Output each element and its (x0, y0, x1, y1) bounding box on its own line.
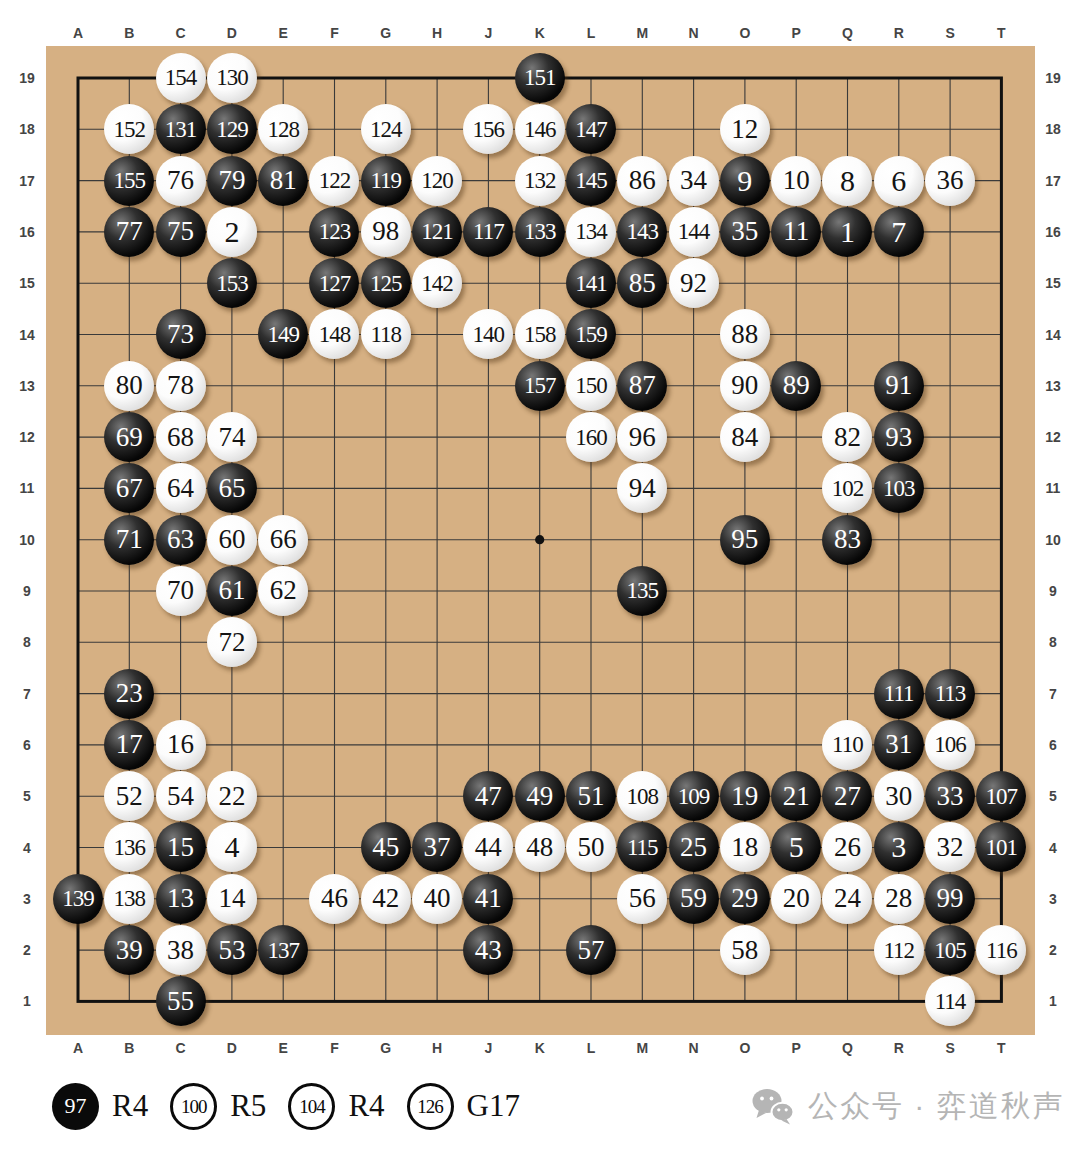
stone-black-139: 139 (53, 874, 103, 924)
intersection-O13: 90 (719, 360, 770, 411)
coord-label-bottom-E: E (279, 1040, 288, 1056)
stone-white-90: 90 (720, 361, 770, 411)
move-number: 23 (116, 680, 143, 707)
coord-label-top-Q: Q (842, 25, 853, 41)
stone-black-99: 99 (925, 874, 975, 924)
move-number: 54 (167, 783, 194, 810)
intersection-Q6: 110 (822, 719, 873, 770)
move-number: 78 (167, 372, 194, 399)
coord-label-top-L: L (587, 25, 596, 41)
intersection-D4: 4 (206, 822, 257, 873)
stone-black-121: 121 (412, 207, 462, 257)
move-number: 129 (216, 118, 248, 141)
coord-label-right-12: 12 (1045, 429, 1061, 445)
stone-black-89: 89 (771, 361, 821, 411)
stone-black-7: 7 (874, 207, 924, 257)
coord-label-top-O: O (739, 25, 750, 41)
intersection-D10: 60 (206, 514, 257, 565)
intersection-D9: 61 (206, 565, 257, 616)
stone-white-70: 70 (156, 566, 206, 616)
intersection-C4: 15 (155, 822, 206, 873)
stone-white-136: 136 (104, 822, 154, 872)
coord-label-right-4: 4 (1049, 840, 1057, 856)
move-number: 125 (370, 272, 402, 295)
move-number: 39 (116, 937, 143, 964)
coord-label-bottom-G: G (380, 1040, 391, 1056)
intersection-C12: 68 (155, 411, 206, 462)
intersection-B2: 39 (104, 924, 155, 975)
intersection-G17: 119 (360, 155, 411, 206)
move-number: 35 (731, 218, 758, 245)
move-number: 105 (934, 939, 966, 962)
stone-white-26: 26 (822, 822, 872, 872)
coord-label-left-4: 4 (23, 840, 31, 856)
intersection-J4: 44 (463, 822, 514, 873)
intersection-S2: 105 (924, 924, 975, 975)
coord-label-left-14: 14 (19, 327, 35, 343)
stone-black-147: 147 (566, 104, 616, 154)
intersection-O2: 58 (719, 924, 770, 975)
coord-label-bottom-A: A (73, 1040, 83, 1056)
coord-label-top-C: C (176, 25, 186, 41)
move-number: 89 (783, 372, 810, 399)
intersection-D3: 14 (206, 873, 257, 924)
intersection-T5: 107 (976, 771, 1027, 822)
intersection-K14: 158 (514, 309, 565, 360)
intersection-F14: 148 (309, 309, 360, 360)
move-number: 122 (319, 169, 351, 192)
stone-white-108: 108 (617, 771, 667, 821)
move-number: 60 (218, 526, 245, 553)
intersection-M13: 87 (617, 360, 668, 411)
coord-label-top-E: E (279, 25, 288, 41)
move-number: 73 (167, 321, 194, 348)
move-number: 68 (167, 424, 194, 451)
move-number: 118 (370, 323, 401, 346)
intersection-C19: 154 (155, 52, 206, 103)
intersection-C1: 55 (155, 976, 206, 1027)
intersection-P16: 11 (771, 206, 822, 257)
intersection-Q4: 26 (822, 822, 873, 873)
move-number: 115 (627, 836, 658, 859)
intersection-L13: 150 (565, 360, 616, 411)
move-number: 36 (937, 167, 964, 194)
move-number: 33 (937, 783, 964, 810)
coord-label-left-17: 17 (19, 173, 35, 189)
stone-white-44: 44 (463, 822, 513, 872)
stone-black-49: 49 (515, 771, 565, 821)
move-number: 138 (114, 887, 146, 910)
intersection-C17: 76 (155, 155, 206, 206)
intersection-S7: 113 (924, 668, 975, 719)
intersection-R6: 31 (873, 719, 924, 770)
intersection-L18: 147 (565, 104, 616, 155)
intersection-C18: 131 (155, 104, 206, 155)
intersection-K16: 133 (514, 206, 565, 257)
stone-white-118: 118 (361, 309, 411, 359)
coord-label-left-9: 9 (23, 583, 31, 599)
stone-white-46: 46 (309, 874, 359, 924)
move-number: 69 (116, 424, 143, 451)
coord-label-bottom-F: F (330, 1040, 339, 1056)
intersection-O5: 19 (719, 771, 770, 822)
stone-white-130: 130 (207, 53, 257, 103)
move-number: 110 (832, 733, 863, 756)
stone-white-88: 88 (720, 309, 770, 359)
intersection-R3: 28 (873, 873, 924, 924)
intersection-L17: 145 (565, 155, 616, 206)
intersection-O16: 35 (719, 206, 770, 257)
move-number: 117 (473, 220, 504, 243)
stone-black-31: 31 (874, 720, 924, 770)
stone-black-33: 33 (925, 771, 975, 821)
stone-white-30: 30 (874, 771, 924, 821)
stone-white-18: 18 (720, 822, 770, 872)
stone-white-116: 116 (976, 925, 1026, 975)
stone-white-48: 48 (515, 822, 565, 872)
stone-white-36: 36 (925, 156, 975, 206)
stone-white-82: 82 (822, 412, 872, 462)
intersection-N17: 34 (668, 155, 719, 206)
coord-label-top-N: N (689, 25, 699, 41)
stone-white-122: 122 (309, 156, 359, 206)
stone-white-66: 66 (258, 515, 308, 565)
intersection-F15: 127 (309, 258, 360, 309)
intersection-B13: 80 (104, 360, 155, 411)
wechat-icon (750, 1087, 796, 1125)
move-number: 18 (731, 834, 758, 861)
move-number: 48 (526, 834, 553, 861)
intersection-O17: 9 (719, 155, 770, 206)
coord-label-left-16: 16 (19, 224, 35, 240)
stone-white-120: 120 (412, 156, 462, 206)
move-number: 25 (680, 834, 707, 861)
intersection-R7: 111 (873, 668, 924, 719)
move-number: 103 (883, 477, 915, 500)
coord-label-left-15: 15 (19, 275, 35, 291)
intersection-B3: 138 (104, 873, 155, 924)
move-number: 34 (680, 167, 707, 194)
move-number: 109 (678, 785, 710, 808)
move-number: 22 (218, 783, 245, 810)
coord-label-right-3: 3 (1049, 891, 1057, 907)
legend-move-number: 97 (65, 1095, 87, 1117)
intersection-P3: 20 (771, 873, 822, 924)
stone-black-125: 125 (361, 258, 411, 308)
intersection-C3: 13 (155, 873, 206, 924)
intersection-L2: 57 (565, 924, 616, 975)
intersection-K5: 49 (514, 771, 565, 822)
stone-black-69: 69 (104, 412, 154, 462)
intersection-D2: 53 (206, 924, 257, 975)
intersection-E9: 62 (258, 565, 309, 616)
stone-white-138: 138 (104, 874, 154, 924)
move-number: 91 (885, 372, 912, 399)
move-number: 82 (834, 424, 861, 451)
coord-label-bottom-J: J (484, 1040, 492, 1056)
stone-black-15: 15 (156, 822, 206, 872)
stone-white-112: 112 (874, 925, 924, 975)
stone-black-159: 159 (566, 309, 616, 359)
move-number: 139 (62, 887, 94, 910)
move-number: 3 (891, 832, 906, 862)
coord-label-right-5: 5 (1049, 788, 1057, 804)
move-number: 42 (372, 885, 399, 912)
move-number: 132 (524, 169, 556, 192)
move-number: 72 (218, 629, 245, 656)
stone-black-143: 143 (617, 207, 667, 257)
intersection-M15: 85 (617, 258, 668, 309)
intersection-B16: 77 (104, 206, 155, 257)
stone-white-132: 132 (515, 156, 565, 206)
intersection-C2: 38 (155, 924, 206, 975)
move-number: 149 (267, 323, 299, 346)
intersection-B7: 23 (104, 668, 155, 719)
move-number: 124 (370, 118, 402, 141)
move-number: 45 (372, 834, 399, 861)
coord-label-bottom-S: S (945, 1040, 954, 1056)
stone-white-144: 144 (669, 207, 719, 257)
intersection-E14: 149 (258, 309, 309, 360)
stone-black-67: 67 (104, 463, 154, 513)
stone-black-117: 117 (463, 207, 513, 257)
coord-label-right-18: 18 (1045, 121, 1061, 137)
move-number: 61 (218, 577, 245, 604)
move-number: 87 (629, 372, 656, 399)
intersection-J18: 156 (463, 104, 514, 155)
stone-white-154: 154 (156, 53, 206, 103)
stone-black-65: 65 (207, 463, 257, 513)
intersection-B4: 136 (104, 822, 155, 873)
stone-white-114: 114 (925, 976, 975, 1026)
stone-black-131: 131 (156, 104, 206, 154)
intersection-C6: 16 (155, 719, 206, 770)
move-number: 159 (575, 323, 607, 346)
move-number: 6 (891, 166, 906, 196)
move-number: 63 (167, 526, 194, 553)
coord-label-top-A: A (73, 25, 83, 41)
move-number: 44 (475, 834, 502, 861)
intersection-G4: 45 (360, 822, 411, 873)
move-number: 41 (475, 885, 502, 912)
stone-white-52: 52 (104, 771, 154, 821)
intersection-T2: 116 (976, 924, 1027, 975)
move-number: 2 (224, 217, 239, 247)
stone-black-59: 59 (669, 874, 719, 924)
intersection-B12: 69 (104, 411, 155, 462)
move-number: 160 (575, 426, 607, 449)
stone-white-128: 128 (258, 104, 308, 154)
move-number: 29 (731, 885, 758, 912)
move-legend: 97R4100R5104R4126G17 (52, 1080, 529, 1132)
coord-label-right-9: 9 (1049, 583, 1057, 599)
intersection-K13: 157 (514, 360, 565, 411)
intersection-P17: 10 (771, 155, 822, 206)
intersection-O14: 88 (719, 309, 770, 360)
move-number: 116 (986, 939, 1017, 962)
intersection-S17: 36 (924, 155, 975, 206)
stone-black-93: 93 (874, 412, 924, 462)
stone-white-134: 134 (566, 207, 616, 257)
move-number: 99 (937, 885, 964, 912)
coord-label-right-1: 1 (1049, 993, 1057, 1009)
coord-label-top-F: F (330, 25, 339, 41)
coord-label-bottom-H: H (432, 1040, 442, 1056)
intersection-M9: 135 (617, 565, 668, 616)
move-number: 7 (891, 217, 906, 247)
coord-label-left-3: 3 (23, 891, 31, 907)
move-number: 55 (167, 988, 194, 1015)
coord-label-right-8: 8 (1049, 634, 1057, 650)
intersection-Q12: 82 (822, 411, 873, 462)
move-number: 56 (629, 885, 656, 912)
intersection-E17: 81 (258, 155, 309, 206)
stone-black-101: 101 (976, 822, 1026, 872)
stone-black-95: 95 (720, 515, 770, 565)
intersection-J3: 41 (463, 873, 514, 924)
stone-white-86: 86 (617, 156, 667, 206)
stone-black-19: 19 (720, 771, 770, 821)
move-number: 120 (421, 169, 453, 192)
intersection-M16: 143 (617, 206, 668, 257)
intersection-S6: 106 (924, 719, 975, 770)
intersection-N15: 92 (668, 258, 719, 309)
legend-move-number: 104 (299, 1097, 325, 1116)
coord-label-bottom-O: O (739, 1040, 750, 1056)
coord-label-top-M: M (636, 25, 648, 41)
coord-label-top-B: B (124, 25, 134, 41)
intersection-M11: 94 (617, 463, 668, 514)
move-number: 58 (731, 937, 758, 964)
stone-white-140: 140 (463, 309, 513, 359)
coord-label-left-6: 6 (23, 737, 31, 753)
move-number: 94 (629, 475, 656, 502)
intersection-J2: 43 (463, 924, 514, 975)
stones-layer: 1541301511521311291281241561461471215576… (52, 52, 1027, 1027)
move-number: 127 (319, 272, 351, 295)
intersection-F17: 122 (309, 155, 360, 206)
stone-white-84: 84 (720, 412, 770, 462)
coord-label-right-14: 14 (1045, 327, 1061, 343)
stone-black-91: 91 (874, 361, 924, 411)
stone-white-54: 54 (156, 771, 206, 821)
stone-black-9: 9 (720, 156, 770, 206)
stone-black-129: 129 (207, 104, 257, 154)
intersection-H17: 120 (411, 155, 462, 206)
coord-label-right-13: 13 (1045, 378, 1061, 394)
move-number: 80 (116, 372, 143, 399)
intersection-R16: 7 (873, 206, 924, 257)
move-number: 64 (167, 475, 194, 502)
move-number: 136 (114, 836, 146, 859)
move-number: 156 (473, 118, 505, 141)
move-number: 107 (986, 785, 1018, 808)
coord-label-right-17: 17 (1045, 173, 1061, 189)
stone-black-63: 63 (156, 515, 206, 565)
stone-white-8: 8 (822, 156, 872, 206)
intersection-F16: 123 (309, 206, 360, 257)
coord-label-bottom-K: K (535, 1040, 545, 1056)
intersection-L12: 160 (565, 411, 616, 462)
stone-white-50: 50 (566, 822, 616, 872)
move-number: 154 (165, 66, 197, 89)
stone-black-157: 157 (515, 361, 565, 411)
stone-white-96: 96 (617, 412, 667, 462)
stone-white-32: 32 (925, 822, 975, 872)
stone-white-98: 98 (361, 207, 411, 257)
stone-black-3: 3 (874, 822, 924, 872)
coord-label-bottom-P: P (792, 1040, 801, 1056)
move-number: 14 (218, 885, 245, 912)
coord-label-right-10: 10 (1045, 532, 1061, 548)
intersection-Q3: 24 (822, 873, 873, 924)
move-number: 66 (270, 526, 297, 553)
move-number: 11 (783, 218, 809, 245)
stone-white-94: 94 (617, 463, 667, 513)
stone-black-153: 153 (207, 258, 257, 308)
coord-label-top-K: K (535, 25, 545, 41)
move-number: 79 (218, 167, 245, 194)
stone-black-13: 13 (156, 874, 206, 924)
coord-label-left-12: 12 (19, 429, 35, 445)
coord-label-left-7: 7 (23, 686, 31, 702)
coord-label-bottom-L: L (587, 1040, 596, 1056)
intersection-L5: 51 (565, 771, 616, 822)
stone-white-68: 68 (156, 412, 206, 462)
stone-white-40: 40 (412, 874, 462, 924)
kifu-page: AABBCCDDEEFFGGHHJJKKLLMMNNOOPPQQRRSSTT19… (0, 0, 1080, 1156)
move-number: 95 (731, 526, 758, 553)
legend-stone-white-100: 100 (170, 1083, 217, 1130)
move-number: 111 (884, 682, 914, 705)
intersection-N3: 59 (668, 873, 719, 924)
intersection-L4: 50 (565, 822, 616, 873)
intersection-N4: 25 (668, 822, 719, 873)
move-number: 148 (319, 323, 351, 346)
legend-stone-black-97: 97 (52, 1083, 99, 1130)
intersection-O18: 12 (719, 104, 770, 155)
move-number: 46 (321, 885, 348, 912)
intersection-F3: 46 (309, 873, 360, 924)
move-number: 77 (116, 218, 143, 245)
stone-black-111: 111 (874, 669, 924, 719)
coord-label-bottom-B: B (124, 1040, 134, 1056)
coord-label-top-T: T (997, 25, 1006, 41)
stone-black-25: 25 (669, 822, 719, 872)
move-number: 83 (834, 526, 861, 553)
move-number: 30 (885, 783, 912, 810)
stone-black-145: 145 (566, 156, 616, 206)
stone-black-141: 141 (566, 258, 616, 308)
stone-black-133: 133 (515, 207, 565, 257)
move-number: 19 (731, 783, 758, 810)
intersection-R17: 6 (873, 155, 924, 206)
stone-white-146: 146 (515, 104, 565, 154)
coord-label-left-8: 8 (23, 634, 31, 650)
intersection-K17: 132 (514, 155, 565, 206)
coord-label-right-11: 11 (1046, 480, 1061, 496)
move-number: 141 (575, 272, 607, 295)
intersection-B17: 155 (104, 155, 155, 206)
stone-white-142: 142 (412, 258, 462, 308)
intersection-R5: 30 (873, 771, 924, 822)
move-number: 13 (167, 885, 194, 912)
move-number: 130 (216, 66, 248, 89)
intersection-C11: 64 (155, 463, 206, 514)
stone-black-23: 23 (104, 669, 154, 719)
stone-black-87: 87 (617, 361, 667, 411)
legend-point-label: R4 (112, 1088, 148, 1124)
